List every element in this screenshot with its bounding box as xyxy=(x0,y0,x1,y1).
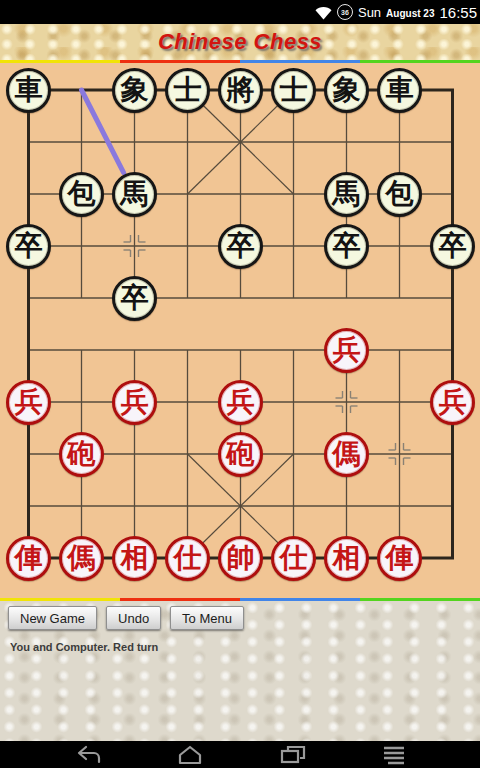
red-pawn[interactable]: 兵 xyxy=(6,380,51,425)
black-horse[interactable]: 馬 xyxy=(112,172,157,217)
red-pawn[interactable]: 兵 xyxy=(430,380,475,425)
xiangqi-board[interactable]: 車象士將士象車包馬馬包卒卒卒卒卒兵兵兵兵兵砲砲傌俥傌相仕帥仕相俥 xyxy=(2,64,479,584)
app-title: Chinese Chess xyxy=(158,29,322,55)
black-general[interactable]: 將 xyxy=(218,68,263,113)
status-bar: 36 Sun August 23 16:55 xyxy=(0,0,480,24)
menu-icon[interactable] xyxy=(382,745,406,765)
undo-button[interactable]: Undo xyxy=(106,606,161,630)
navigation-bar xyxy=(0,741,480,768)
red-rook[interactable]: 俥 xyxy=(377,536,422,581)
to-menu-button[interactable]: To Menu xyxy=(170,606,244,630)
screen: 36 Sun August 23 16:55 Chinese Chess 車象士… xyxy=(0,0,480,768)
new-game-button[interactable]: New Game xyxy=(8,606,97,630)
top-color-stripe xyxy=(0,60,480,63)
red-rook[interactable]: 俥 xyxy=(6,536,51,581)
red-advisor[interactable]: 仕 xyxy=(271,536,316,581)
stripe-segment xyxy=(120,60,240,63)
red-pawn[interactable]: 兵 xyxy=(112,380,157,425)
red-advisor[interactable]: 仕 xyxy=(165,536,210,581)
back-icon[interactable] xyxy=(76,745,102,765)
battery-level-value: 36 xyxy=(341,9,349,16)
battery-level-icon: 36 xyxy=(337,4,353,20)
recents-icon[interactable] xyxy=(280,745,306,765)
red-pawn[interactable]: 兵 xyxy=(218,380,263,425)
button-row: New Game Undo To Menu xyxy=(0,601,480,630)
black-rook[interactable]: 車 xyxy=(6,68,51,113)
red-elephant[interactable]: 相 xyxy=(324,536,369,581)
status-date: August 23 xyxy=(386,6,434,19)
bottom-color-stripe xyxy=(0,598,480,601)
stripe-segment xyxy=(120,598,240,601)
home-icon[interactable] xyxy=(177,745,203,765)
board-grid-lines xyxy=(2,64,479,584)
red-cannon[interactable]: 砲 xyxy=(59,432,104,477)
black-cannon[interactable]: 包 xyxy=(59,172,104,217)
stripe-segment xyxy=(240,60,360,63)
black-elephant[interactable]: 象 xyxy=(112,68,157,113)
title-bar: Chinese Chess xyxy=(0,24,480,60)
black-rook[interactable]: 車 xyxy=(377,68,422,113)
black-pawn[interactable]: 卒 xyxy=(112,276,157,321)
black-elephant[interactable]: 象 xyxy=(324,68,369,113)
black-horse[interactable]: 馬 xyxy=(324,172,369,217)
status-time: 16:55 xyxy=(439,4,477,21)
red-horse[interactable]: 傌 xyxy=(324,432,369,477)
red-horse[interactable]: 傌 xyxy=(59,536,104,581)
red-elephant[interactable]: 相 xyxy=(112,536,157,581)
black-advisor[interactable]: 士 xyxy=(271,68,316,113)
black-advisor[interactable]: 士 xyxy=(165,68,210,113)
stripe-segment xyxy=(360,598,480,601)
black-pawn[interactable]: 卒 xyxy=(6,224,51,269)
red-pawn[interactable]: 兵 xyxy=(324,328,369,373)
stripe-segment xyxy=(360,60,480,63)
red-cannon[interactable]: 砲 xyxy=(218,432,263,477)
game-status-text: You and Computer. Red turn xyxy=(10,641,480,653)
stripe-segment xyxy=(0,598,120,601)
stripe-segment xyxy=(0,60,120,63)
black-pawn[interactable]: 卒 xyxy=(218,224,263,269)
stripe-segment xyxy=(240,598,360,601)
board-area: 車象士將士象車包馬馬包卒卒卒卒卒兵兵兵兵兵砲砲傌俥傌相仕帥仕相俥 xyxy=(0,64,480,598)
status-day: Sun xyxy=(358,5,381,20)
black-pawn[interactable]: 卒 xyxy=(430,224,475,269)
red-general[interactable]: 帥 xyxy=(218,536,263,581)
wifi-icon xyxy=(315,5,332,20)
black-pawn[interactable]: 卒 xyxy=(324,224,369,269)
black-cannon[interactable]: 包 xyxy=(377,172,422,217)
control-panel: New Game Undo To Menu You and Computer. … xyxy=(0,601,480,741)
